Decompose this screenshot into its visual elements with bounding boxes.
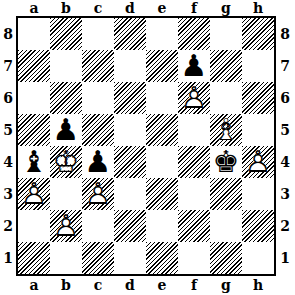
file-label-b: b <box>50 0 82 16</box>
piece-glyph-outline: ♔ <box>50 146 82 178</box>
black-king[interactable]: ♚ <box>210 146 242 178</box>
rank-label-5: 5 <box>0 114 16 146</box>
piece-glyph-outline: ♙ <box>50 210 82 242</box>
white-king[interactable]: ♚♔ <box>50 146 82 178</box>
piece-glyph: ♟ <box>178 50 210 82</box>
black-pawn[interactable]: ♟ <box>50 114 82 146</box>
black-bishop[interactable]: ♝ <box>18 146 50 178</box>
square-e6[interactable] <box>146 82 178 114</box>
file-label-a: a <box>18 0 50 16</box>
square-b6[interactable] <box>50 82 82 114</box>
file-label-f: f <box>178 277 210 293</box>
piece-glyph: ♟ <box>82 146 114 178</box>
square-h8[interactable] <box>242 18 274 50</box>
white-pawn[interactable]: ♟♙ <box>18 178 50 210</box>
file-labels-top: a b c d e f g h <box>18 0 274 16</box>
file-label-d: d <box>114 0 146 16</box>
square-e5[interactable] <box>146 114 178 146</box>
rank-label-3: 3 <box>0 178 16 210</box>
white-pawn[interactable]: ♟♙ <box>50 210 82 242</box>
square-e2[interactable] <box>146 210 178 242</box>
white-pawn[interactable]: ♟♙ <box>82 178 114 210</box>
square-d7[interactable] <box>114 50 146 82</box>
square-a8[interactable] <box>18 18 50 50</box>
square-g1[interactable] <box>210 242 242 274</box>
square-h6[interactable] <box>242 82 274 114</box>
rank-label-3: 3 <box>277 178 293 210</box>
square-h7[interactable] <box>242 50 274 82</box>
file-label-h: h <box>242 277 274 293</box>
rank-label-4: 4 <box>277 146 293 178</box>
square-d1[interactable] <box>114 242 146 274</box>
rank-label-6: 6 <box>277 82 293 114</box>
square-g3[interactable] <box>210 178 242 210</box>
square-g6[interactable] <box>210 82 242 114</box>
piece-glyph-outline: ♙ <box>82 178 114 210</box>
square-g4[interactable]: ♚ <box>210 146 242 178</box>
square-a6[interactable] <box>18 82 50 114</box>
white-pawn[interactable]: ♟♙ <box>242 146 274 178</box>
square-a5[interactable] <box>18 114 50 146</box>
file-label-d: d <box>114 277 146 293</box>
file-label-e: e <box>146 0 178 16</box>
file-label-c: c <box>82 277 114 293</box>
square-f8[interactable] <box>178 18 210 50</box>
square-d3[interactable] <box>114 178 146 210</box>
square-e4[interactable] <box>146 146 178 178</box>
square-h4[interactable]: ♟♙ <box>242 146 274 178</box>
square-f3[interactable] <box>178 178 210 210</box>
square-b7[interactable] <box>50 50 82 82</box>
rank-label-7: 7 <box>277 50 293 82</box>
square-b3[interactable] <box>50 178 82 210</box>
square-d5[interactable] <box>114 114 146 146</box>
square-f6[interactable]: ♟♙ <box>178 82 210 114</box>
square-b8[interactable] <box>50 18 82 50</box>
rank-label-2: 2 <box>0 210 16 242</box>
square-c3[interactable]: ♟♙ <box>82 178 114 210</box>
square-c5[interactable] <box>82 114 114 146</box>
square-f7[interactable]: ♟ <box>178 50 210 82</box>
square-e3[interactable] <box>146 178 178 210</box>
square-g2[interactable] <box>210 210 242 242</box>
square-h5[interactable] <box>242 114 274 146</box>
chess-board: ♟♟♙♟♝♗♝♚♔♟♚♟♙♟♙♟♙♟♙ <box>16 16 276 276</box>
file-label-a: a <box>18 277 50 293</box>
piece-glyph-outline: ♙ <box>178 82 210 114</box>
rank-label-5: 5 <box>277 114 293 146</box>
file-label-g: g <box>210 277 242 293</box>
file-label-b: b <box>50 277 82 293</box>
piece-glyph: ♟ <box>50 114 82 146</box>
white-bishop[interactable]: ♝♗ <box>210 114 242 146</box>
square-f5[interactable] <box>178 114 210 146</box>
chess-diagram: a b c d e f g h 8 7 6 5 4 3 2 1 ♟♟♙♟♝♗♝♚… <box>0 0 295 295</box>
square-b4[interactable]: ♚♔ <box>50 146 82 178</box>
white-pawn[interactable]: ♟♙ <box>178 82 210 114</box>
square-d8[interactable] <box>114 18 146 50</box>
square-d6[interactable] <box>114 82 146 114</box>
square-a3[interactable]: ♟♙ <box>18 178 50 210</box>
file-label-f: f <box>178 0 210 16</box>
square-b2[interactable]: ♟♙ <box>50 210 82 242</box>
square-c8[interactable] <box>82 18 114 50</box>
square-d4[interactable] <box>114 146 146 178</box>
rank-label-8: 8 <box>0 18 16 50</box>
square-a2[interactable] <box>18 210 50 242</box>
square-g5[interactable]: ♝♗ <box>210 114 242 146</box>
square-a1[interactable] <box>18 242 50 274</box>
square-h1[interactable] <box>242 242 274 274</box>
file-label-h: h <box>242 0 274 16</box>
square-e1[interactable] <box>146 242 178 274</box>
square-a7[interactable] <box>18 50 50 82</box>
black-pawn[interactable]: ♟ <box>178 50 210 82</box>
square-b1[interactable] <box>50 242 82 274</box>
square-c7[interactable] <box>82 50 114 82</box>
piece-glyph-outline: ♙ <box>242 146 274 178</box>
square-f4[interactable] <box>178 146 210 178</box>
square-c6[interactable] <box>82 82 114 114</box>
piece-glyph-outline: ♙ <box>18 178 50 210</box>
black-pawn[interactable]: ♟ <box>82 146 114 178</box>
square-h2[interactable] <box>242 210 274 242</box>
square-h3[interactable] <box>242 178 274 210</box>
rank-labels-right: 8 7 6 5 4 3 2 1 <box>277 18 293 274</box>
file-label-e: e <box>146 277 178 293</box>
piece-glyph: ♝ <box>18 146 50 178</box>
file-label-g: g <box>210 0 242 16</box>
square-g8[interactable] <box>210 18 242 50</box>
rank-label-2: 2 <box>277 210 293 242</box>
file-labels-bottom: a b c d e f g h <box>18 277 274 293</box>
square-c4[interactable]: ♟ <box>82 146 114 178</box>
rank-label-7: 7 <box>0 50 16 82</box>
square-f1[interactable] <box>178 242 210 274</box>
rank-labels-left: 8 7 6 5 4 3 2 1 <box>0 18 16 274</box>
square-d2[interactable] <box>114 210 146 242</box>
rank-label-4: 4 <box>0 146 16 178</box>
rank-label-1: 1 <box>277 242 293 274</box>
square-e8[interactable] <box>146 18 178 50</box>
rank-label-8: 8 <box>277 18 293 50</box>
square-e7[interactable] <box>146 50 178 82</box>
square-a4[interactable]: ♝ <box>18 146 50 178</box>
square-c1[interactable] <box>82 242 114 274</box>
square-c2[interactable] <box>82 210 114 242</box>
file-label-c: c <box>82 0 114 16</box>
piece-glyph-outline: ♗ <box>210 114 242 146</box>
rank-label-1: 1 <box>0 242 16 274</box>
rank-label-6: 6 <box>0 82 16 114</box>
square-b5[interactable]: ♟ <box>50 114 82 146</box>
square-g7[interactable] <box>210 50 242 82</box>
piece-glyph: ♚ <box>210 146 242 178</box>
square-f2[interactable] <box>178 210 210 242</box>
